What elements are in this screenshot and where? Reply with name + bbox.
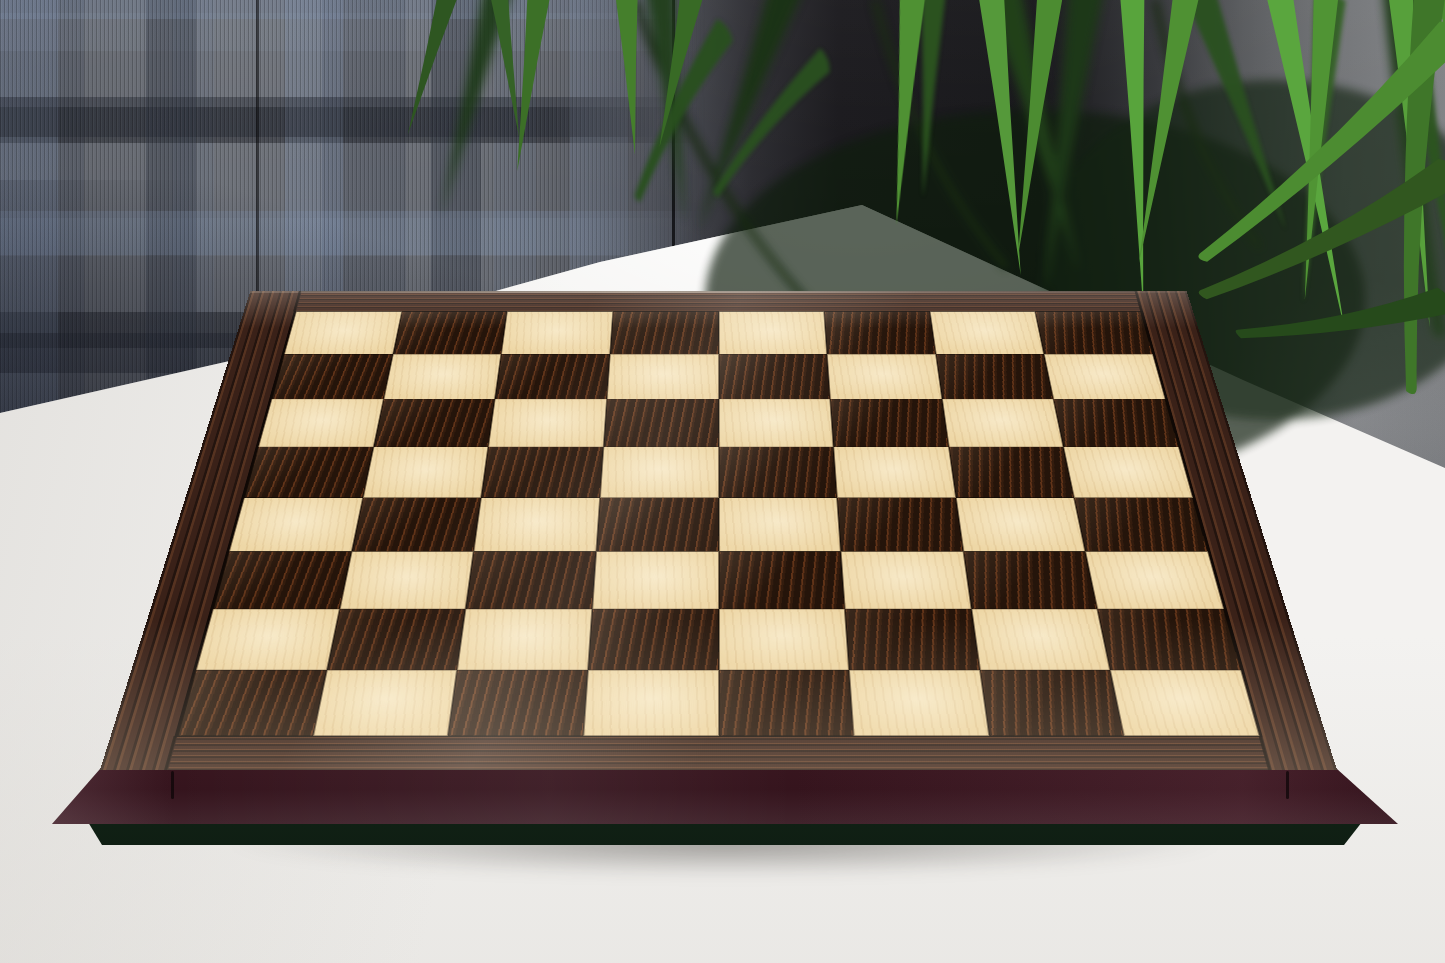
square-b1 <box>313 670 457 736</box>
square-a8 <box>284 311 402 354</box>
square-d2 <box>588 609 719 670</box>
square-h6 <box>1054 399 1179 447</box>
square-d6 <box>603 399 718 447</box>
square-g2 <box>971 609 1110 670</box>
square-g3 <box>963 551 1097 608</box>
square-b7 <box>383 354 501 399</box>
square-f8 <box>824 311 936 354</box>
square-c4 <box>474 498 600 552</box>
square-h8 <box>1035 311 1153 354</box>
scene <box>0 0 1445 963</box>
frame-rail-far <box>244 291 1193 311</box>
square-c7 <box>495 354 610 399</box>
square-e8 <box>719 311 828 354</box>
square-d1 <box>583 670 718 736</box>
square-e7 <box>719 354 831 399</box>
frame-rail-near <box>100 736 1337 770</box>
square-d4 <box>596 498 718 552</box>
square-a2 <box>196 609 340 670</box>
square-g8 <box>930 311 1045 354</box>
square-e4 <box>719 498 841 552</box>
square-a6 <box>258 399 383 447</box>
square-e5 <box>719 447 838 498</box>
square-f3 <box>841 551 971 608</box>
square-g7 <box>936 354 1054 399</box>
board-frame <box>100 291 1337 770</box>
square-b4 <box>351 498 481 552</box>
square-g6 <box>942 399 1064 447</box>
square-g5 <box>949 447 1075 498</box>
square-g1 <box>980 670 1124 736</box>
square-h7 <box>1044 354 1165 399</box>
square-h3 <box>1086 551 1224 608</box>
square-e1 <box>719 670 854 736</box>
square-h4 <box>1074 498 1208 552</box>
square-c3 <box>466 551 596 608</box>
square-b6 <box>373 399 495 447</box>
bevel-joint-notch-left <box>171 771 174 799</box>
square-c1 <box>448 670 588 736</box>
square-f5 <box>834 447 956 498</box>
square-f7 <box>827 354 942 399</box>
square-c6 <box>488 399 606 447</box>
square-a5 <box>244 447 373 498</box>
square-b3 <box>339 551 473 608</box>
square-c8 <box>501 311 613 354</box>
square-a7 <box>272 354 393 399</box>
square-a3 <box>213 551 351 608</box>
square-b8 <box>393 311 508 354</box>
frame-gloss-highlight <box>250 291 1187 292</box>
square-d8 <box>610 311 719 354</box>
square-c5 <box>481 447 603 498</box>
square-d3 <box>592 551 718 608</box>
square-e2 <box>719 609 850 670</box>
square-e3 <box>719 551 845 608</box>
square-b5 <box>363 447 489 498</box>
square-e6 <box>719 399 834 447</box>
square-h2 <box>1098 609 1242 670</box>
square-h5 <box>1064 447 1193 498</box>
square-f4 <box>837 498 963 552</box>
square-f1 <box>849 670 989 736</box>
square-f6 <box>830 399 948 447</box>
chess-board <box>100 291 1337 770</box>
square-f2 <box>845 609 980 670</box>
square-a4 <box>229 498 363 552</box>
bevel-joint-notch-right <box>1286 771 1289 799</box>
square-a1 <box>178 670 327 736</box>
square-d5 <box>600 447 719 498</box>
square-h1 <box>1110 670 1259 736</box>
board-grid <box>178 311 1260 735</box>
square-g4 <box>956 498 1086 552</box>
square-c2 <box>457 609 592 670</box>
square-b2 <box>327 609 466 670</box>
square-d7 <box>607 354 719 399</box>
